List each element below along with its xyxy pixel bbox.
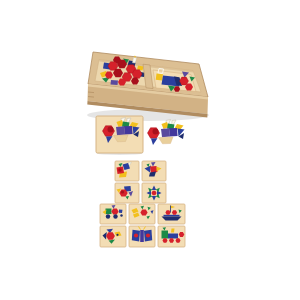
block bbox=[106, 209, 112, 215]
block bbox=[111, 80, 119, 85]
block bbox=[156, 74, 163, 81]
assembled-rabbit-blocks bbox=[148, 120, 185, 146]
pattern-card-airplane bbox=[129, 204, 155, 224]
pattern-card-tractor bbox=[100, 204, 126, 224]
wooden-box bbox=[87, 52, 209, 121]
block-boiler bbox=[168, 234, 178, 239]
block bbox=[133, 58, 137, 64]
block-wheel bbox=[113, 214, 117, 218]
block-dot bbox=[120, 214, 122, 216]
pattern-card-star bbox=[142, 183, 166, 203]
pattern-card-rabbit bbox=[115, 161, 139, 181]
block-circle bbox=[118, 168, 122, 172]
block-body bbox=[140, 230, 144, 242]
pattern-card-locomotive bbox=[158, 226, 185, 247]
block bbox=[164, 215, 180, 217]
block-circle bbox=[121, 190, 124, 193]
block-chimney bbox=[171, 229, 175, 233]
pattern-card-fish bbox=[100, 226, 126, 247]
block-wheel bbox=[106, 214, 110, 218]
scene bbox=[0, 0, 300, 300]
block bbox=[124, 126, 133, 134]
block bbox=[116, 126, 125, 135]
block-cab bbox=[162, 231, 169, 239]
pattern-card-duck bbox=[115, 183, 139, 203]
block-spot bbox=[134, 233, 138, 237]
product-photo bbox=[0, 0, 300, 300]
pattern-card-butterfly bbox=[129, 226, 155, 247]
block-spot bbox=[146, 233, 150, 237]
block bbox=[119, 210, 123, 214]
pattern-card-bird bbox=[142, 161, 166, 181]
pattern-card-ship bbox=[158, 204, 185, 224]
block-circle bbox=[108, 127, 114, 133]
block-eye bbox=[116, 234, 118, 236]
pattern-cards-grid bbox=[100, 161, 185, 247]
